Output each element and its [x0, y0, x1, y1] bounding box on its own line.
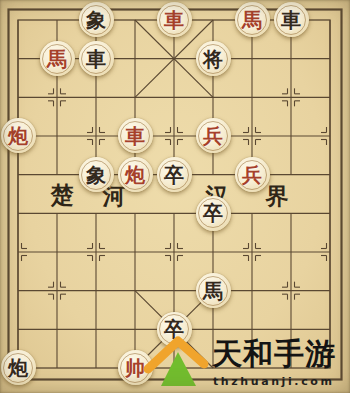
- piece-glyph: 炮: [8, 126, 28, 146]
- board-intersection[interactable]: [116, 233, 155, 272]
- piece-glyph: 象: [86, 10, 106, 30]
- board-intersection[interactable]: [0, 155, 38, 194]
- board-intersection[interactable]: [233, 349, 272, 388]
- board-intersection[interactable]: 馬: [233, 1, 272, 40]
- board-intersection[interactable]: 炮: [0, 117, 38, 156]
- board-intersection[interactable]: [116, 271, 155, 310]
- board-intersection[interactable]: [233, 117, 272, 156]
- piece-black-chariot[interactable]: 車: [274, 2, 309, 37]
- board-intersection[interactable]: [311, 310, 350, 349]
- piece-red-soldier[interactable]: 兵: [235, 157, 270, 192]
- board-intersection[interactable]: [272, 310, 311, 349]
- board-intersection[interactable]: [38, 310, 77, 349]
- piece-glyph: 炮: [125, 165, 145, 185]
- board-intersection[interactable]: 車: [77, 39, 116, 78]
- xiangqi-board-screen: 楚 河 汉 界 象車馬車馬車将炮車兵象炮卒兵卒馬卒炮帅 天和手游 thzhuan…: [0, 0, 350, 393]
- piece-black-soldier[interactable]: 卒: [157, 157, 192, 192]
- board-intersection[interactable]: 象: [77, 155, 116, 194]
- piece-red-soldier[interactable]: 兵: [196, 118, 231, 153]
- piece-glyph: 将: [203, 49, 223, 69]
- board-intersection[interactable]: [38, 78, 77, 117]
- board-intersection[interactable]: 炮: [0, 349, 38, 388]
- board-intersection[interactable]: [272, 194, 311, 233]
- board-intersection[interactable]: 将: [194, 39, 233, 78]
- board-intersection[interactable]: [0, 78, 38, 117]
- board-intersection[interactable]: [272, 233, 311, 272]
- board-intersection[interactable]: [311, 1, 350, 40]
- board-intersection[interactable]: [311, 349, 350, 388]
- board-intersection[interactable]: [194, 349, 233, 388]
- board-intersection[interactable]: 兵: [194, 117, 233, 156]
- piece-red-general[interactable]: 帅: [118, 350, 153, 385]
- piece-glyph: 馬: [47, 49, 67, 69]
- board-intersection[interactable]: [155, 233, 194, 272]
- board-intersection[interactable]: [194, 1, 233, 40]
- board-intersection[interactable]: [194, 155, 233, 194]
- piece-black-cannon[interactable]: 炮: [1, 350, 36, 385]
- piece-glyph: 象: [86, 165, 106, 185]
- board-intersection[interactable]: [77, 194, 116, 233]
- board-intersection[interactable]: [233, 310, 272, 349]
- board-intersection[interactable]: 馬: [194, 271, 233, 310]
- board-intersection[interactable]: [38, 194, 77, 233]
- board-intersection[interactable]: [311, 117, 350, 156]
- board-intersection[interactable]: [233, 39, 272, 78]
- board-intersection[interactable]: [38, 349, 77, 388]
- piece-glyph: 車: [164, 10, 184, 30]
- board-intersection[interactable]: [77, 78, 116, 117]
- board-intersection[interactable]: [155, 271, 194, 310]
- board-intersection[interactable]: [311, 78, 350, 117]
- board-intersection[interactable]: [116, 1, 155, 40]
- piece-black-elephant[interactable]: 象: [79, 2, 114, 37]
- board-intersection[interactable]: [311, 155, 350, 194]
- board-intersection[interactable]: 卒: [155, 155, 194, 194]
- piece-glyph: 卒: [164, 165, 184, 185]
- piece-glyph: 車: [86, 49, 106, 69]
- board-intersection[interactable]: [116, 194, 155, 233]
- board-intersection[interactable]: [38, 1, 77, 40]
- board-intersection[interactable]: [311, 39, 350, 78]
- piece-glyph: 馬: [242, 10, 262, 30]
- piece-glyph: 車: [281, 10, 301, 30]
- board-intersection[interactable]: [233, 233, 272, 272]
- piece-glyph: 帅: [125, 358, 145, 378]
- piece-glyph: 卒: [203, 203, 223, 223]
- board-intersection[interactable]: [311, 233, 350, 272]
- piece-glyph: 炮: [8, 358, 28, 378]
- board-intersection[interactable]: 馬: [38, 39, 77, 78]
- piece-glyph: 馬: [203, 281, 223, 301]
- piece-black-soldier[interactable]: 卒: [157, 312, 192, 347]
- board-intersection[interactable]: [0, 1, 38, 40]
- board-intersection[interactable]: [77, 349, 116, 388]
- board-intersection[interactable]: [0, 310, 38, 349]
- board-intersection[interactable]: [272, 78, 311, 117]
- board-intersection[interactable]: [0, 39, 38, 78]
- board-intersection[interactable]: 象: [77, 1, 116, 40]
- board-intersection[interactable]: 炮: [116, 155, 155, 194]
- board-intersection[interactable]: [272, 117, 311, 156]
- piece-glyph: 兵: [242, 165, 262, 185]
- piece-black-soldier[interactable]: 卒: [196, 196, 231, 231]
- board-intersection[interactable]: [38, 271, 77, 310]
- board-intersection[interactable]: [194, 78, 233, 117]
- board-intersection[interactable]: [0, 271, 38, 310]
- board-intersection[interactable]: 車: [116, 117, 155, 156]
- board-intersection[interactable]: 兵: [233, 155, 272, 194]
- board-intersection[interactable]: [272, 349, 311, 388]
- board-intersection[interactable]: [194, 233, 233, 272]
- piece-red-cannon[interactable]: 炮: [118, 157, 153, 192]
- piece-black-general[interactable]: 将: [196, 41, 231, 76]
- board-intersection[interactable]: [155, 117, 194, 156]
- board-intersection[interactable]: [38, 233, 77, 272]
- board-intersection[interactable]: [77, 271, 116, 310]
- board-intersection[interactable]: [155, 39, 194, 78]
- board-intersection[interactable]: [311, 194, 350, 233]
- board-intersection[interactable]: [0, 233, 38, 272]
- board-intersection[interactable]: [272, 39, 311, 78]
- board-intersection[interactable]: [155, 78, 194, 117]
- board-intersection[interactable]: [194, 310, 233, 349]
- board-intersection[interactable]: [116, 78, 155, 117]
- board-intersection[interactable]: [38, 155, 77, 194]
- board-intersection[interactable]: [272, 155, 311, 194]
- piece-red-horse[interactable]: 馬: [40, 41, 75, 76]
- board-intersection[interactable]: 卒: [155, 310, 194, 349]
- board-intersection[interactable]: [233, 194, 272, 233]
- piece-red-chariot[interactable]: 車: [118, 118, 153, 153]
- board-intersection[interactable]: 車: [272, 1, 311, 40]
- piece-glyph: 卒: [164, 319, 184, 339]
- board-intersection[interactable]: [0, 194, 38, 233]
- piece-glyph: 兵: [203, 126, 223, 146]
- piece-glyph: 車: [125, 126, 145, 146]
- board-intersection[interactable]: [116, 310, 155, 349]
- xiangqi-board: 象車馬車馬車将炮車兵象炮卒兵卒馬卒炮帅: [0, 1, 350, 388]
- board-intersection[interactable]: [77, 310, 116, 349]
- board-intersection[interactable]: [155, 194, 194, 233]
- board-intersection[interactable]: 卒: [194, 194, 233, 233]
- board-intersection[interactable]: [38, 117, 77, 156]
- board-intersection[interactable]: [116, 39, 155, 78]
- piece-black-horse[interactable]: 馬: [196, 273, 231, 308]
- board-intersection[interactable]: [233, 78, 272, 117]
- board-intersection[interactable]: 帅: [116, 349, 155, 388]
- piece-red-cannon[interactable]: 炮: [1, 118, 36, 153]
- board-intersection[interactable]: [272, 271, 311, 310]
- board-intersection[interactable]: [311, 271, 350, 310]
- piece-black-elephant[interactable]: 象: [79, 157, 114, 192]
- board-intersection[interactable]: [155, 349, 194, 388]
- board-intersection[interactable]: [77, 233, 116, 272]
- board-intersection[interactable]: 車: [155, 1, 194, 40]
- piece-red-horse[interactable]: 馬: [235, 2, 270, 37]
- board-intersection[interactable]: [77, 117, 116, 156]
- piece-black-chariot[interactable]: 車: [79, 41, 114, 76]
- board-intersection[interactable]: [233, 271, 272, 310]
- piece-red-chariot[interactable]: 車: [157, 2, 192, 37]
